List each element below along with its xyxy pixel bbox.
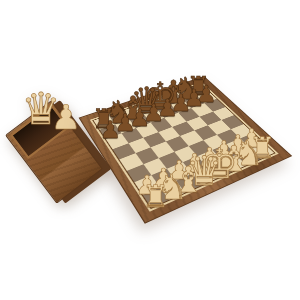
board-frame	[79, 76, 293, 224]
board-grid	[94, 84, 275, 208]
chess-board	[0, 0, 300, 300]
chess-set-product-photo: ♛ ♟ ♜♞♝♛♚♝♞♜♟♟♟♟♟♟♟♟♟♟♟♟♟♟♟♟♜♞♝♛♚♝♞♜	[0, 0, 300, 300]
